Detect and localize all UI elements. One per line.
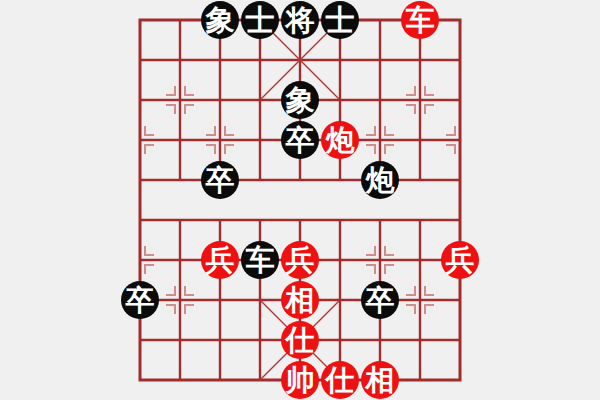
piece-red-soldier[interactable]: 兵 — [201, 241, 239, 279]
piece-red-chariot[interactable]: 车 — [401, 1, 439, 39]
piece-red-general[interactable]: 帅 — [281, 361, 319, 399]
piece-black-advisor[interactable]: 士 — [241, 1, 279, 39]
piece-red-advisor[interactable]: 仕 — [321, 361, 359, 399]
piece-red-soldier[interactable]: 兵 — [281, 241, 319, 279]
piece-black-elephant[interactable]: 象 — [281, 81, 319, 119]
piece-red-advisor[interactable]: 仕 — [281, 321, 319, 359]
piece-red-soldier[interactable]: 兵 — [441, 241, 479, 279]
piece-red-cannon[interactable]: 炮 — [321, 121, 359, 159]
piece-black-general[interactable]: 将 — [281, 1, 319, 39]
piece-red-elephant[interactable]: 相 — [281, 281, 319, 319]
piece-black-soldier[interactable]: 卒 — [361, 281, 399, 319]
piece-black-soldier[interactable]: 卒 — [121, 281, 159, 319]
pieces-grid: 象士将士车象卒炮卒炮兵车兵兵卒相卒仕帅仕相 — [120, 0, 480, 400]
piece-black-soldier[interactable]: 卒 — [281, 121, 319, 159]
piece-black-advisor[interactable]: 士 — [321, 1, 359, 39]
xiangqi-screenshot: 象士将士车象卒炮卒炮兵车兵兵卒相卒仕帅仕相 — [0, 0, 600, 400]
piece-black-chariot[interactable]: 车 — [241, 241, 279, 279]
piece-black-elephant[interactable]: 象 — [201, 1, 239, 39]
piece-black-cannon[interactable]: 炮 — [361, 161, 399, 199]
piece-red-elephant[interactable]: 相 — [361, 361, 399, 399]
piece-black-soldier[interactable]: 卒 — [201, 161, 239, 199]
